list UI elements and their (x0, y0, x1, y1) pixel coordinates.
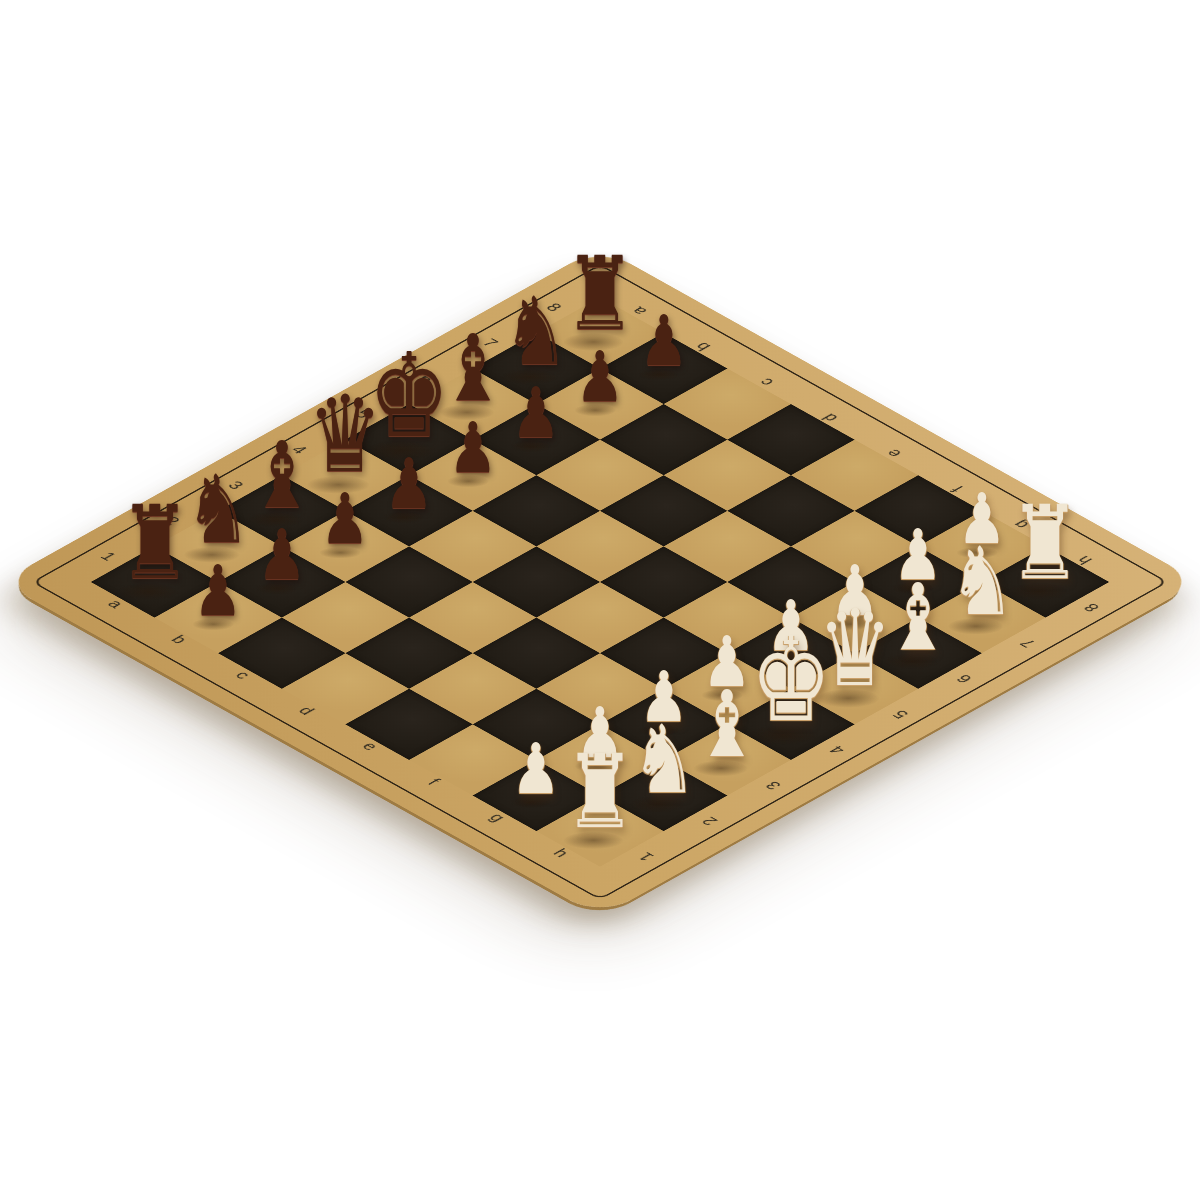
chess-board-grid (91, 297, 1109, 866)
product-photo-scene: aa11bb22cc33dd44ee55ff66gg77hh88 ♜♟♟♜♞♟♟… (0, 0, 1200, 1200)
chess-mat: aa11bb22cc33dd44ee55ff66gg77hh88 (0, 247, 1199, 918)
